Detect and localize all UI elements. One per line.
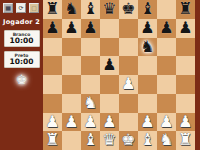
square-a6[interactable]	[43, 38, 62, 57]
square-g5[interactable]	[157, 56, 176, 75]
square-e1[interactable]: ♚	[119, 131, 138, 150]
square-e8[interactable]: ♚	[119, 0, 138, 19]
square-d1[interactable]: ♛	[100, 131, 119, 150]
white-pawn-b2[interactable]: ♟	[62, 113, 81, 132]
square-d5[interactable]: ♟	[100, 56, 119, 75]
black-pawn-a7[interactable]: ♟	[43, 19, 62, 38]
sidebar: ▦ ⟳ ▢ Jogador 2 Branco 10:00 Preto 10:00…	[0, 0, 43, 150]
black-bishop-f8[interactable]: ♝	[138, 0, 157, 19]
square-b5[interactable]	[62, 56, 81, 75]
black-pawn-d5[interactable]: ♟	[100, 56, 119, 75]
black-knight-b8[interactable]: ♞	[62, 0, 81, 19]
square-c5[interactable]	[81, 56, 100, 75]
square-e3[interactable]	[119, 94, 138, 113]
square-a2[interactable]: ♟	[43, 113, 62, 132]
square-a5[interactable]	[43, 56, 62, 75]
square-d7[interactable]	[100, 19, 119, 38]
square-g3[interactable]	[157, 94, 176, 113]
square-a7[interactable]: ♟	[43, 19, 62, 38]
square-b6[interactable]	[62, 38, 81, 57]
square-d6[interactable]	[100, 38, 119, 57]
square-d4[interactable]	[100, 75, 119, 94]
white-pawn-f2[interactable]: ♟	[138, 113, 157, 132]
square-e6[interactable]	[119, 38, 138, 57]
square-c1[interactable]: ♝	[81, 131, 100, 150]
square-h1[interactable]: ♜	[176, 131, 195, 150]
square-g2[interactable]: ♟	[157, 113, 176, 132]
square-a4[interactable]	[43, 75, 62, 94]
square-d3[interactable]	[100, 94, 119, 113]
square-b8[interactable]: ♞	[62, 0, 81, 19]
square-g8[interactable]	[157, 0, 176, 19]
square-h5[interactable]	[176, 56, 195, 75]
black-king-e8[interactable]: ♚	[119, 0, 138, 19]
square-f4[interactable]	[138, 75, 157, 94]
white-queen-d1[interactable]: ♛	[100, 131, 119, 150]
square-c8[interactable]: ♝	[81, 0, 100, 19]
square-c3[interactable]: ♞	[81, 94, 100, 113]
black-clock-time: 10:00	[5, 58, 39, 66]
board-icon: ▢	[31, 5, 37, 11]
black-pawn-h7[interactable]: ♟	[176, 19, 195, 38]
black-pawn-b7[interactable]: ♟	[62, 19, 81, 38]
square-b4[interactable]	[62, 75, 81, 94]
black-queen-d8[interactable]: ♛	[100, 0, 119, 19]
square-h2[interactable]: ♟	[176, 113, 195, 132]
black-rook-a8[interactable]: ♜	[43, 0, 62, 19]
toolbar-button-reset[interactable]: ⟳	[16, 3, 26, 13]
square-e7[interactable]	[119, 19, 138, 38]
square-f7[interactable]: ♟	[138, 19, 157, 38]
square-g4[interactable]	[157, 75, 176, 94]
white-knight-c3[interactable]: ♞	[81, 94, 100, 113]
white-bishop-f1[interactable]: ♝	[138, 131, 157, 150]
square-e2[interactable]	[119, 113, 138, 132]
square-c2[interactable]: ♟	[81, 113, 100, 132]
black-pawn-f7[interactable]: ♟	[138, 19, 157, 38]
white-clock-time: 10:00	[5, 37, 39, 45]
square-h6[interactable]	[176, 38, 195, 57]
square-g7[interactable]: ♟	[157, 19, 176, 38]
square-h7[interactable]: ♟	[176, 19, 195, 38]
black-clock: Preto 10:00	[4, 51, 40, 68]
toolbar-button-board[interactable]: ▢	[29, 3, 39, 13]
white-rook-a1[interactable]: ♜	[43, 131, 62, 150]
white-pawn-e4[interactable]: ♟	[119, 75, 138, 94]
white-pawn-a2[interactable]: ♟	[43, 113, 62, 132]
square-a3[interactable]	[43, 94, 62, 113]
square-c7[interactable]: ♟	[81, 19, 100, 38]
white-pawn-h2[interactable]: ♟	[176, 113, 195, 132]
square-f1[interactable]: ♝	[138, 131, 157, 150]
square-h3[interactable]	[176, 94, 195, 113]
square-e5[interactable]	[119, 56, 138, 75]
square-f2[interactable]: ♟	[138, 113, 157, 132]
square-b2[interactable]: ♟	[62, 113, 81, 132]
square-h4[interactable]	[176, 75, 195, 94]
black-rook-h8[interactable]: ♜	[176, 0, 195, 19]
black-knight-f6[interactable]: ♞	[138, 38, 157, 57]
chess-board: ♜♞♝♛♚♝♜♟♟♟♟♟♟♞♟♟♞♟♟♟♟♟♟♟♜♝♛♚♝♞♜	[43, 0, 195, 150]
white-clock: Branco 10:00	[4, 30, 40, 47]
square-d8[interactable]: ♛	[100, 0, 119, 19]
toolbar: ▦ ⟳ ▢	[0, 0, 43, 13]
square-b3[interactable]	[62, 94, 81, 113]
square-f3[interactable]	[138, 94, 157, 113]
white-knight-g1[interactable]: ♞	[157, 131, 176, 150]
square-c6[interactable]	[81, 38, 100, 57]
square-c4[interactable]	[81, 75, 100, 94]
white-king-e1[interactable]: ♚	[119, 131, 138, 150]
white-pawn-c2[interactable]: ♟	[81, 113, 100, 132]
square-f8[interactable]: ♝	[138, 0, 157, 19]
square-b1[interactable]	[62, 131, 81, 150]
white-pawn-d2[interactable]: ♟	[100, 113, 119, 132]
square-d2[interactable]: ♟	[100, 113, 119, 132]
player-label: Jogador 2	[0, 18, 43, 26]
reset-icon: ⟳	[18, 5, 23, 11]
white-pawn-g2[interactable]: ♟	[157, 113, 176, 132]
square-a1[interactable]: ♜	[43, 131, 62, 150]
black-pawn-g7[interactable]: ♟	[157, 19, 176, 38]
square-f6[interactable]: ♞	[138, 38, 157, 57]
white-rook-h1[interactable]: ♜	[176, 131, 195, 150]
square-e4[interactable]: ♟	[119, 75, 138, 94]
square-b7[interactable]: ♟	[62, 19, 81, 38]
black-bishop-c8[interactable]: ♝	[81, 0, 100, 19]
grid-icon: ▦	[5, 5, 11, 11]
white-bishop-c1[interactable]: ♝	[81, 131, 100, 150]
chess-app-window: ▦ ⟳ ▢ Jogador 2 Branco 10:00 Preto 10:00…	[0, 0, 200, 150]
square-h8[interactable]: ♜	[176, 0, 195, 19]
white-king-icon: ♚	[0, 72, 43, 87]
square-f5[interactable]	[138, 56, 157, 75]
square-g1[interactable]: ♞	[157, 131, 176, 150]
square-g6[interactable]	[157, 38, 176, 57]
black-pawn-c7[interactable]: ♟	[81, 19, 100, 38]
toolbar-button-grid[interactable]: ▦	[3, 3, 13, 13]
square-a8[interactable]: ♜	[43, 0, 62, 19]
